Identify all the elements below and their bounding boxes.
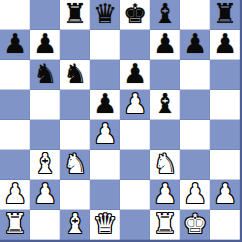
white-king-piece[interactable]: ♚ (183, 210, 207, 239)
black-pawn-piece[interactable]: ♟ (153, 30, 177, 59)
square-b7[interactable]: ♟ (30, 30, 60, 60)
chess-board: ♜♛♚♝♜♟♟♟♟♟♞♞♟♟♟♝♟♝♞♞♟♟♟♟♟♜♝♛♜♚ (0, 0, 242, 242)
square-c7[interactable] (60, 30, 90, 60)
white-knight-piece[interactable]: ♞ (153, 150, 177, 179)
square-c3[interactable]: ♞ (60, 150, 90, 180)
square-a1[interactable]: ♜ (0, 210, 30, 240)
square-f1[interactable]: ♜ (150, 210, 180, 240)
square-b8[interactable] (30, 0, 60, 30)
black-pawn-piece[interactable]: ♟ (33, 30, 57, 59)
square-f2[interactable]: ♟ (150, 180, 180, 210)
square-b5[interactable] (30, 90, 60, 120)
square-b3[interactable]: ♝ (30, 150, 60, 180)
square-c5[interactable] (60, 90, 90, 120)
square-e1[interactable] (120, 210, 150, 240)
black-pawn-piece[interactable]: ♟ (3, 30, 27, 59)
square-b1[interactable] (30, 210, 60, 240)
white-pawn-piece[interactable]: ♟ (183, 180, 207, 209)
square-h3[interactable] (210, 150, 240, 180)
black-rook-piece[interactable]: ♜ (63, 0, 87, 29)
square-h5[interactable] (210, 90, 240, 120)
square-d6[interactable] (90, 60, 120, 90)
white-knight-piece[interactable]: ♞ (63, 150, 87, 179)
black-knight-piece[interactable]: ♞ (63, 60, 87, 89)
square-f8[interactable]: ♝ (150, 0, 180, 30)
black-pawn-piece[interactable]: ♟ (93, 90, 117, 119)
square-b6[interactable]: ♞ (30, 60, 60, 90)
chess-board-container: ♜♛♚♝♜♟♟♟♟♟♞♞♟♟♟♝♟♝♞♞♟♟♟♟♟♜♝♛♜♚ (0, 0, 242, 242)
square-c1[interactable]: ♝ (60, 210, 90, 240)
square-a2[interactable]: ♟ (0, 180, 30, 210)
square-h8[interactable]: ♜ (210, 0, 240, 30)
square-e3[interactable] (120, 150, 150, 180)
square-g5[interactable] (180, 90, 210, 120)
square-a5[interactable] (0, 90, 30, 120)
square-a7[interactable]: ♟ (0, 30, 30, 60)
black-pawn-piece[interactable]: ♟ (213, 30, 237, 59)
square-d2[interactable] (90, 180, 120, 210)
square-d5[interactable]: ♟ (90, 90, 120, 120)
square-h1[interactable] (210, 210, 240, 240)
white-pawn-piece[interactable]: ♟ (153, 180, 177, 209)
black-knight-piece[interactable]: ♞ (33, 60, 57, 89)
square-c8[interactable]: ♜ (60, 0, 90, 30)
square-e5[interactable]: ♟ (120, 90, 150, 120)
square-d8[interactable]: ♛ (90, 0, 120, 30)
square-d4[interactable]: ♟ (90, 120, 120, 150)
black-rook-piece[interactable]: ♜ (213, 0, 237, 29)
square-g4[interactable] (180, 120, 210, 150)
square-g8[interactable] (180, 0, 210, 30)
white-pawn-piece[interactable]: ♟ (3, 180, 27, 209)
square-a4[interactable] (0, 120, 30, 150)
square-g7[interactable]: ♟ (180, 30, 210, 60)
square-h6[interactable] (210, 60, 240, 90)
square-d7[interactable] (90, 30, 120, 60)
square-c4[interactable] (60, 120, 90, 150)
white-pawn-piece[interactable]: ♟ (213, 180, 237, 209)
square-d3[interactable] (90, 150, 120, 180)
black-queen-piece[interactable]: ♛ (93, 0, 117, 29)
square-f3[interactable]: ♞ (150, 150, 180, 180)
square-a8[interactable] (0, 0, 30, 30)
white-pawn-piece[interactable]: ♟ (123, 90, 147, 119)
black-bishop-piece[interactable]: ♝ (153, 90, 177, 119)
white-queen-piece[interactable]: ♛ (93, 210, 117, 239)
square-e4[interactable] (120, 120, 150, 150)
black-king-piece[interactable]: ♚ (123, 0, 147, 29)
white-pawn-piece[interactable]: ♟ (33, 180, 57, 209)
square-b4[interactable] (30, 120, 60, 150)
white-bishop-piece[interactable]: ♝ (63, 210, 87, 239)
square-h4[interactable] (210, 120, 240, 150)
square-c2[interactable] (60, 180, 90, 210)
square-a6[interactable] (0, 60, 30, 90)
square-g3[interactable] (180, 150, 210, 180)
black-bishop-piece[interactable]: ♝ (153, 0, 177, 29)
square-d1[interactable]: ♛ (90, 210, 120, 240)
black-pawn-piece[interactable]: ♟ (183, 30, 207, 59)
square-e2[interactable] (120, 180, 150, 210)
square-h7[interactable]: ♟ (210, 30, 240, 60)
square-h2[interactable]: ♟ (210, 180, 240, 210)
white-bishop-piece[interactable]: ♝ (33, 150, 57, 179)
square-g2[interactable]: ♟ (180, 180, 210, 210)
square-f7[interactable]: ♟ (150, 30, 180, 60)
square-f5[interactable]: ♝ (150, 90, 180, 120)
square-a3[interactable] (0, 150, 30, 180)
white-rook-piece[interactable]: ♜ (3, 210, 27, 239)
white-pawn-piece[interactable]: ♟ (93, 120, 117, 149)
square-g1[interactable]: ♚ (180, 210, 210, 240)
square-e7[interactable] (120, 30, 150, 60)
black-pawn-piece[interactable]: ♟ (123, 60, 147, 89)
white-rook-piece[interactable]: ♜ (153, 210, 177, 239)
square-f6[interactable] (150, 60, 180, 90)
square-e8[interactable]: ♚ (120, 0, 150, 30)
square-c6[interactable]: ♞ (60, 60, 90, 90)
square-b2[interactable]: ♟ (30, 180, 60, 210)
square-g6[interactable] (180, 60, 210, 90)
square-f4[interactable] (150, 120, 180, 150)
square-e6[interactable]: ♟ (120, 60, 150, 90)
